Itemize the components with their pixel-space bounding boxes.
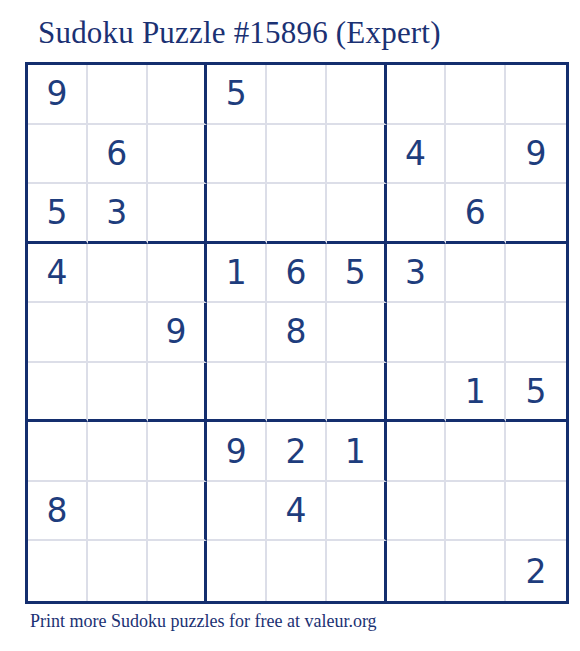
cell-r2c1 [28, 125, 88, 185]
cell-r1c6 [327, 65, 387, 125]
cell-r1c3 [148, 65, 208, 125]
cell-r3c5 [267, 184, 327, 244]
cell-r8c9 [506, 482, 566, 542]
cell-r5c4 [207, 303, 267, 363]
cell-r8c5: 4 [267, 482, 327, 542]
cell-r9c7 [387, 541, 447, 601]
cell-r4c5: 6 [267, 244, 327, 304]
cell-r3c9 [506, 184, 566, 244]
cell-r1c2 [88, 65, 148, 125]
cell-r8c7 [387, 482, 447, 542]
cell-r1c4: 5 [207, 65, 267, 125]
cell-r3c3 [148, 184, 208, 244]
footer-note: Print more Sudoku puzzles for free at va… [30, 611, 377, 632]
cell-r6c5 [267, 363, 327, 423]
page-title: Sudoku Puzzle #15896 (Expert) [38, 15, 441, 51]
cell-r7c2 [88, 422, 148, 482]
cell-r5c6 [327, 303, 387, 363]
cell-r4c6: 5 [327, 244, 387, 304]
cell-r2c3 [148, 125, 208, 185]
cell-r2c7: 4 [387, 125, 447, 185]
cell-r1c9 [506, 65, 566, 125]
cell-r4c7: 3 [387, 244, 447, 304]
cell-r7c4: 9 [207, 422, 267, 482]
cell-r6c3 [148, 363, 208, 423]
cell-r9c9: 2 [506, 541, 566, 601]
cell-r3c6 [327, 184, 387, 244]
cell-r7c6: 1 [327, 422, 387, 482]
sudoku-grid: 95649536416539815921842 [25, 62, 569, 604]
cell-r9c5 [267, 541, 327, 601]
sudoku-page: Sudoku Puzzle #15896 (Expert) 9564953641… [0, 0, 580, 651]
cell-r8c8 [446, 482, 506, 542]
cell-r1c5 [267, 65, 327, 125]
cell-r2c2: 6 [88, 125, 148, 185]
cell-r4c1: 4 [28, 244, 88, 304]
cell-r8c2 [88, 482, 148, 542]
cell-r7c7 [387, 422, 447, 482]
cell-r6c4 [207, 363, 267, 423]
cell-r5c9 [506, 303, 566, 363]
cell-r4c9 [506, 244, 566, 304]
cell-r8c6 [327, 482, 387, 542]
cell-r3c7 [387, 184, 447, 244]
cell-r5c3: 9 [148, 303, 208, 363]
cell-r5c8 [446, 303, 506, 363]
cell-r9c2 [88, 541, 148, 601]
cell-r2c5 [267, 125, 327, 185]
cell-r7c9 [506, 422, 566, 482]
cell-r5c2 [88, 303, 148, 363]
cell-r8c4 [207, 482, 267, 542]
cell-r3c1: 5 [28, 184, 88, 244]
cell-r6c2 [88, 363, 148, 423]
cell-r7c3 [148, 422, 208, 482]
cell-r5c1 [28, 303, 88, 363]
cell-r6c7 [387, 363, 447, 423]
cell-r9c8 [446, 541, 506, 601]
cell-r3c4 [207, 184, 267, 244]
cell-r7c8 [446, 422, 506, 482]
cell-r4c4: 1 [207, 244, 267, 304]
cell-r5c7 [387, 303, 447, 363]
cell-r4c2 [88, 244, 148, 304]
cell-r1c8 [446, 65, 506, 125]
cell-r9c3 [148, 541, 208, 601]
cell-r1c7 [387, 65, 447, 125]
cell-r9c1 [28, 541, 88, 601]
cell-r5c5: 8 [267, 303, 327, 363]
cell-r2c4 [207, 125, 267, 185]
cell-r2c9: 9 [506, 125, 566, 185]
cell-r9c6 [327, 541, 387, 601]
cell-r4c3 [148, 244, 208, 304]
cell-r6c6 [327, 363, 387, 423]
cell-r6c8: 1 [446, 363, 506, 423]
cell-r7c5: 2 [267, 422, 327, 482]
cell-r1c1: 9 [28, 65, 88, 125]
cell-r2c8 [446, 125, 506, 185]
cell-r2c6 [327, 125, 387, 185]
cell-r9c4 [207, 541, 267, 601]
cell-r8c1: 8 [28, 482, 88, 542]
cell-r6c1 [28, 363, 88, 423]
cell-r4c8 [446, 244, 506, 304]
cell-r8c3 [148, 482, 208, 542]
cell-r3c2: 3 [88, 184, 148, 244]
cell-r6c9: 5 [506, 363, 566, 423]
cell-r3c8: 6 [446, 184, 506, 244]
cell-r7c1 [28, 422, 88, 482]
